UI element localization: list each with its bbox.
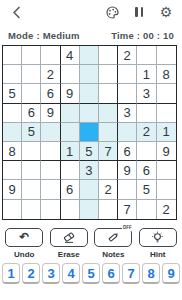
cell-r2c2[interactable] [22,65,41,84]
numpad-key-9[interactable]: 9 [162,263,180,284]
cell-r7c3[interactable] [41,161,60,180]
cell-r3c5[interactable] [80,84,99,103]
cell-r8c3[interactable] [41,180,60,199]
undo-arrow-icon: ↶ [5,228,43,247]
cell-r6c9[interactable]: 9 [157,142,176,161]
cell-r3c2[interactable] [22,84,41,103]
cell-r4c9[interactable] [157,104,176,123]
cell-r4c5[interactable] [80,104,99,123]
cell-r3c3[interactable]: 6 [41,84,60,103]
cell-r5c7[interactable] [118,123,137,142]
cell-r7c9[interactable] [157,161,176,180]
board-wrap: 422185693693521815769396962572 [2,45,177,220]
cell-r9c7[interactable]: 7 [118,200,137,219]
cell-r1c5[interactable] [80,46,99,65]
cell-r2c9[interactable]: 8 [157,65,176,84]
cell-r7c8[interactable]: 6 [137,161,156,180]
numpad-key-8[interactable]: 8 [142,263,160,284]
cell-r3c9[interactable] [157,84,176,103]
lightbulb-icon [139,228,177,247]
cell-r3c6[interactable] [99,84,118,103]
palette-icon[interactable] [104,4,120,20]
back-chevron-icon[interactable] [8,4,24,20]
cell-r9c4[interactable] [61,200,80,219]
cell-r5c5[interactable] [80,123,99,142]
cell-r2c4[interactable] [61,65,80,84]
cell-r9c2[interactable] [22,200,41,219]
cell-r1c8[interactable] [137,46,156,65]
cell-r7c2[interactable] [22,161,41,180]
notes-label: Notes [102,250,124,259]
cell-r6c8[interactable] [137,142,156,161]
gear-icon[interactable]: ⚙ [158,4,174,20]
topbar-actions: ⚙ [104,4,174,20]
cell-r2c8[interactable]: 1 [137,65,156,84]
cell-r4c7[interactable]: 3 [118,104,137,123]
cell-r6c4[interactable]: 1 [61,142,80,161]
cell-r3c7[interactable] [118,84,137,103]
cell-r4c6[interactable] [99,104,118,123]
cell-r9c3[interactable] [41,200,60,219]
pause-icon[interactable] [131,4,147,20]
cell-r9c9[interactable]: 2 [157,200,176,219]
cell-r6c3[interactable] [41,142,60,161]
eraser-icon [50,228,88,247]
cell-r1c6[interactable] [99,46,118,65]
cell-r9c8[interactable] [137,200,156,219]
numpad-key-5[interactable]: 5 [82,263,100,284]
numpad-key-4[interactable]: 4 [62,263,80,284]
undo-button[interactable]: ↶ Undo [4,228,44,259]
undo-label: Undo [14,250,34,259]
top-bar: ⚙ [0,0,182,24]
toolbar: ↶ Undo Erase OFF Notes [0,228,182,259]
cell-r9c5[interactable] [80,200,99,219]
pencil-icon: OFF [94,228,132,247]
cell-r2c7[interactable] [118,65,137,84]
cell-r8c4[interactable]: 6 [61,180,80,199]
cell-r4c4[interactable] [61,104,80,123]
cell-r9c6[interactable] [99,200,118,219]
cell-r5c4[interactable] [61,123,80,142]
cell-r1c4[interactable]: 4 [61,46,80,65]
cell-r8c2[interactable] [22,180,41,199]
cell-r3c8[interactable]: 3 [137,84,156,103]
cell-r7c4[interactable] [61,161,80,180]
cell-r7c6[interactable] [99,161,118,180]
cell-r6c7[interactable]: 6 [118,142,137,161]
cell-r1c2[interactable] [22,46,41,65]
cell-r8c9[interactable] [157,180,176,199]
numpad-key-7[interactable]: 7 [122,263,140,284]
cell-r2c3[interactable]: 2 [41,65,60,84]
cell-r2c1[interactable] [3,65,22,84]
cell-r5c3[interactable] [41,123,60,142]
cell-r7c1[interactable] [3,161,22,180]
cell-r4c1[interactable] [3,104,22,123]
cell-r3c4[interactable]: 9 [61,84,80,103]
cell-r1c9[interactable] [157,46,176,65]
cell-r6c2[interactable] [22,142,41,161]
numpad-key-3[interactable]: 3 [42,263,60,284]
cell-r8c1[interactable]: 9 [3,180,22,199]
numpad-key-2[interactable]: 2 [22,263,40,284]
sudoku-board: 422185693693521815769396962572 [2,45,177,220]
status-row: Mode : Medium Time : 00 : 10 [0,26,182,44]
cell-r5c8[interactable]: 2 [137,123,156,142]
cell-r8c7[interactable] [118,180,137,199]
cell-r4c8[interactable] [137,104,156,123]
numpad-key-6[interactable]: 6 [102,263,120,284]
cell-r8c8[interactable]: 5 [137,180,156,199]
cell-r8c5[interactable] [80,180,99,199]
cell-r8c6[interactable]: 2 [99,180,118,199]
cell-r5c1[interactable] [3,123,22,142]
cell-r2c5[interactable] [80,65,99,84]
cell-r4c2[interactable]: 6 [22,104,41,123]
cell-r1c1[interactable] [3,46,22,65]
cell-r3c1[interactable]: 5 [3,84,22,103]
cell-r6c5[interactable]: 5 [80,142,99,161]
erase-label: Erase [58,250,80,259]
number-pad: 123456789 [2,263,180,284]
hint-button[interactable]: Hint [138,228,178,259]
cell-r7c5[interactable]: 3 [80,161,99,180]
cell-r1c7[interactable]: 2 [118,46,137,65]
cell-r6c1[interactable]: 8 [3,142,22,161]
erase-button[interactable]: Erase [49,228,89,259]
cell-r2c6[interactable] [99,65,118,84]
mode-label: Mode : Medium [8,30,80,41]
cell-r7c7[interactable]: 9 [118,161,137,180]
cell-r5c9[interactable]: 1 [157,123,176,142]
cell-r5c2[interactable]: 5 [22,123,41,142]
numpad-key-1[interactable]: 1 [2,263,20,284]
cell-r9c1[interactable] [3,200,22,219]
notes-off-badge: OFF [122,226,132,231]
cell-r5c6[interactable] [99,123,118,142]
cell-r1c3[interactable] [41,46,60,65]
notes-button[interactable]: OFF Notes [93,228,133,259]
hint-label: Hint [150,250,166,259]
cell-r4c3[interactable]: 9 [41,104,60,123]
cell-r6c6[interactable]: 7 [99,142,118,161]
time-label: Time : 00 : 10 [111,30,174,41]
